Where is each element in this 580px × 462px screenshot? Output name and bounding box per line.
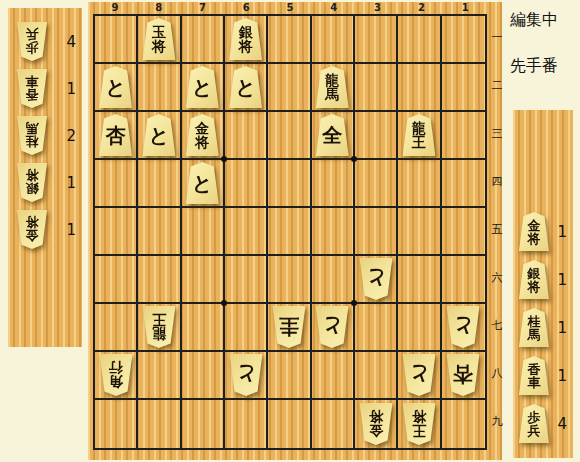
- piece-kanji: 杏: [106, 124, 126, 146]
- square-7一[interactable]: [182, 16, 225, 64]
- gote-hand-tray: 歩兵4香車1桂馬2銀将1金将1: [8, 8, 82, 347]
- square-5八[interactable]: [268, 352, 311, 400]
- piece-gote-tokin[interactable]: と: [315, 306, 350, 348]
- square-6二[interactable]: と: [225, 64, 268, 112]
- piece-sente-hand-gold[interactable]: 金将: [518, 212, 550, 251]
- piece-sente-tokin[interactable]: と: [98, 66, 133, 108]
- piece-kanji: 将: [528, 280, 541, 293]
- sente-hand-count-knight: 1: [557, 319, 567, 337]
- piece-sente-hand-pawn[interactable]: 歩兵: [518, 404, 550, 443]
- piece-kanji: 行: [109, 361, 123, 375]
- piece-gote-tokin[interactable]: と: [401, 354, 436, 396]
- square-3七[interactable]: [355, 304, 398, 352]
- piece-sente-dragon[interactable]: 龍王: [401, 114, 436, 156]
- square-4九[interactable]: [312, 400, 355, 448]
- piece-kanji: と: [409, 364, 429, 386]
- square-8八[interactable]: [138, 352, 181, 400]
- gote-hand-count-knight: 2: [66, 127, 76, 145]
- piece-kanji: 金: [528, 219, 541, 232]
- gote-hand-count-gold: 1: [66, 221, 76, 239]
- square-8九[interactable]: [138, 400, 181, 448]
- piece-gote-bishop[interactable]: 角行: [98, 354, 133, 396]
- square-6九[interactable]: [225, 400, 268, 448]
- rank-label-7: 七: [490, 302, 504, 350]
- piece-kanji: 龍: [412, 121, 426, 135]
- file-label-5: 5: [268, 2, 312, 14]
- square-6四[interactable]: [225, 160, 268, 208]
- sente-hand-slot-4[interactable]: 銀将1: [513, 256, 573, 303]
- square-7四[interactable]: と: [182, 160, 225, 208]
- status-turn: 先手番: [510, 56, 558, 77]
- square-9八[interactable]: 角行: [95, 352, 138, 400]
- piece-kanji: 圭: [279, 316, 299, 338]
- piece-gote-hand-knight[interactable]: 桂馬: [16, 116, 48, 155]
- hoshi-dot: [221, 300, 227, 306]
- piece-kanji: 将: [369, 410, 383, 424]
- square-3九[interactable]: 金将: [355, 400, 398, 448]
- square-2九[interactable]: 王将: [398, 400, 441, 448]
- square-4四[interactable]: [312, 160, 355, 208]
- piece-gote-tokin[interactable]: と: [228, 354, 263, 396]
- sente-hand-slot-5[interactable]: 桂馬1: [513, 304, 573, 351]
- file-label-6: 6: [224, 2, 268, 14]
- square-5三[interactable]: [268, 112, 311, 160]
- gote-hand-count-silver: 1: [66, 174, 76, 192]
- piece-kanji: 王: [412, 424, 426, 438]
- square-7七[interactable]: [182, 304, 225, 352]
- square-5九[interactable]: [268, 400, 311, 448]
- piece-kanji: と: [322, 316, 342, 338]
- piece-kanji: 車: [528, 376, 541, 389]
- square-3八[interactable]: [355, 352, 398, 400]
- piece-sente-gold[interactable]: 金将: [185, 114, 220, 156]
- square-7三[interactable]: 金将: [182, 112, 225, 160]
- square-2六[interactable]: [398, 256, 441, 304]
- square-5七[interactable]: 圭: [268, 304, 311, 352]
- square-7六[interactable]: [182, 256, 225, 304]
- file-label-1: 1: [443, 2, 487, 14]
- piece-kanji: 歩: [26, 42, 39, 55]
- piece-kanji: 全: [322, 124, 342, 146]
- square-8四[interactable]: [138, 160, 181, 208]
- piece-kanji: 桂: [528, 315, 541, 328]
- piece-gote-king[interactable]: 王将: [401, 403, 436, 445]
- square-1八[interactable]: 杏: [442, 352, 485, 400]
- piece-sente-hand-knight[interactable]: 桂馬: [518, 308, 550, 347]
- square-3三[interactable]: [355, 112, 398, 160]
- square-8三[interactable]: と: [138, 112, 181, 160]
- square-1五[interactable]: [442, 208, 485, 256]
- rank-label-6: 六: [490, 254, 504, 302]
- rank-label-4: 四: [490, 158, 504, 206]
- square-6八[interactable]: と: [225, 352, 268, 400]
- piece-kanji: 杏: [453, 364, 473, 386]
- square-8一[interactable]: 玉将: [138, 16, 181, 64]
- piece-kanji: と: [105, 76, 125, 98]
- piece-kanji: 馬: [528, 328, 541, 341]
- square-9一[interactable]: [95, 16, 138, 64]
- piece-sente-horse[interactable]: 龍馬: [315, 66, 350, 108]
- square-8六[interactable]: [138, 256, 181, 304]
- piece-sente-tokin[interactable]: と: [185, 66, 220, 108]
- piece-sente-tokin[interactable]: と: [185, 162, 220, 204]
- piece-gote-tokin[interactable]: と: [358, 258, 393, 300]
- piece-kanji: 銀: [528, 267, 541, 280]
- piece-sente-hand-silver[interactable]: 銀将: [518, 260, 550, 299]
- piece-kanji: と: [192, 76, 212, 98]
- rank-label-2: 二: [490, 62, 504, 110]
- gote-hand-slot-1[interactable]: 歩兵4: [8, 18, 82, 65]
- square-9五[interactable]: [95, 208, 138, 256]
- sente-hand-slot-7[interactable]: 歩兵4: [513, 400, 573, 447]
- square-9三[interactable]: 杏: [95, 112, 138, 160]
- square-7五[interactable]: [182, 208, 225, 256]
- piece-kanji: と: [365, 268, 385, 290]
- piece-sente-king[interactable]: 玉将: [141, 18, 176, 60]
- square-6七[interactable]: [225, 304, 268, 352]
- square-4五[interactable]: [312, 208, 355, 256]
- file-label-2: 2: [399, 2, 443, 14]
- piece-kanji: 馬: [26, 123, 39, 136]
- sente-hand-slot-1[interactable]: [513, 112, 573, 159]
- sente-hand-count-pawn: 4: [557, 415, 567, 433]
- gote-hand-slot-2[interactable]: 香車1: [8, 65, 82, 112]
- piece-kanji: 将: [239, 39, 253, 53]
- piece-kanji: 車: [26, 76, 39, 89]
- hoshi-dot: [351, 300, 357, 306]
- piece-kanji: 将: [528, 232, 541, 245]
- rank-label-5: 五: [490, 206, 504, 254]
- piece-kanji: 兵: [26, 29, 39, 42]
- square-1一[interactable]: [442, 16, 485, 64]
- file-labels: 987654321: [93, 2, 487, 14]
- gote-hand-count-pawn: 4: [66, 33, 76, 51]
- square-3四[interactable]: [355, 160, 398, 208]
- square-6六[interactable]: [225, 256, 268, 304]
- piece-kanji: 馬: [325, 87, 339, 101]
- sente-hand-slot-6[interactable]: 香車1: [513, 352, 573, 399]
- piece-kanji: 角: [109, 375, 123, 389]
- piece-kanji: 金: [26, 230, 39, 243]
- piece-kanji: 銀: [26, 183, 39, 196]
- sente-hand-count-lance: 1: [557, 367, 567, 385]
- square-2五[interactable]: [398, 208, 441, 256]
- square-9七[interactable]: [95, 304, 138, 352]
- rank-label-8: 八: [490, 350, 504, 398]
- rank-label-1: 一: [490, 14, 504, 62]
- status-editing: 編集中: [510, 10, 558, 31]
- piece-kanji: 王: [152, 313, 166, 327]
- piece-gote-hand-gold[interactable]: 金将: [16, 210, 48, 249]
- piece-kanji: 龍: [152, 327, 166, 341]
- square-1九[interactable]: [442, 400, 485, 448]
- piece-gote-hand-pawn[interactable]: 歩兵: [16, 22, 48, 61]
- square-5二[interactable]: [268, 64, 311, 112]
- square-1四[interactable]: [442, 160, 485, 208]
- piece-kanji: 歩: [528, 411, 541, 424]
- piece-sente-promoted-lance[interactable]: 杏: [98, 114, 133, 156]
- square-4一[interactable]: [312, 16, 355, 64]
- square-6三[interactable]: [225, 112, 268, 160]
- square-2一[interactable]: [398, 16, 441, 64]
- gote-hand-slot-3[interactable]: 桂馬2: [8, 112, 82, 159]
- square-1三[interactable]: [442, 112, 485, 160]
- gote-hand-count-lance: 1: [66, 80, 76, 98]
- file-label-9: 9: [93, 2, 137, 14]
- square-1六[interactable]: [442, 256, 485, 304]
- sente-hand-tray: 金将1銀将1桂馬1香車1歩兵4: [513, 110, 573, 458]
- piece-kanji: と: [192, 172, 212, 194]
- hoshi-dot: [351, 156, 357, 162]
- square-8五[interactable]: [138, 208, 181, 256]
- piece-kanji: 玉: [152, 25, 166, 39]
- piece-gote-tokin[interactable]: と: [446, 306, 481, 348]
- square-9二[interactable]: と: [95, 64, 138, 112]
- gote-hand-slot-6[interactable]: [8, 253, 82, 300]
- square-7二[interactable]: と: [182, 64, 225, 112]
- piece-gote-gold[interactable]: 金将: [358, 403, 393, 445]
- piece-gote-promoted-knight[interactable]: 圭: [271, 306, 306, 348]
- file-label-4: 4: [312, 2, 356, 14]
- piece-kanji: 将: [26, 217, 39, 230]
- square-7九[interactable]: [182, 400, 225, 448]
- sente-panel: 編集中 先手番 金将1銀将1桂馬1香車1歩兵4: [506, 0, 580, 462]
- square-8二[interactable]: [138, 64, 181, 112]
- rank-labels: 一二三四五六七八九: [490, 14, 504, 450]
- square-9九[interactable]: [95, 400, 138, 448]
- square-2八[interactable]: と: [398, 352, 441, 400]
- piece-sente-hand-lance[interactable]: 香車: [518, 356, 550, 395]
- square-4六[interactable]: [312, 256, 355, 304]
- sente-hand-count-silver: 1: [557, 271, 567, 289]
- piece-kanji: 金: [195, 121, 209, 135]
- square-1七[interactable]: と: [442, 304, 485, 352]
- piece-kanji: 将: [26, 170, 39, 183]
- gote-hand-slot-5[interactable]: 金将1: [8, 206, 82, 253]
- file-label-7: 7: [181, 2, 225, 14]
- square-3五[interactable]: [355, 208, 398, 256]
- square-4三[interactable]: 全: [312, 112, 355, 160]
- square-2二[interactable]: [398, 64, 441, 112]
- rank-label-3: 三: [490, 110, 504, 158]
- square-4八[interactable]: [312, 352, 355, 400]
- piece-kanji: 兵: [528, 424, 541, 437]
- piece-kanji: 香: [26, 89, 39, 102]
- piece-kanji: 桂: [26, 136, 39, 149]
- piece-gote-hand-silver[interactable]: 銀将: [16, 163, 48, 202]
- board-panel: 987654321 玉将銀将ととと龍馬杏と金将全龍王とと龍王圭とと角行とと杏金将…: [88, 2, 502, 460]
- file-label-8: 8: [137, 2, 181, 14]
- square-6一[interactable]: 銀将: [225, 16, 268, 64]
- piece-kanji: と: [149, 124, 169, 146]
- piece-kanji: 香: [528, 363, 541, 376]
- piece-kanji: と: [235, 76, 255, 98]
- board-wrap: 玉将銀将ととと龍馬杏と金将全龍王とと龍王圭とと角行とと杏金将王将: [93, 14, 487, 450]
- square-9四[interactable]: [95, 160, 138, 208]
- square-2三[interactable]: 龍王: [398, 112, 441, 160]
- piece-kanji: 将: [412, 410, 426, 424]
- sente-hand-slot-3[interactable]: 金将1: [513, 208, 573, 255]
- square-4二[interactable]: 龍馬: [312, 64, 355, 112]
- piece-sente-promoted-silver[interactable]: 全: [315, 114, 350, 156]
- square-5五[interactable]: [268, 208, 311, 256]
- square-2四[interactable]: [398, 160, 441, 208]
- square-5四[interactable]: [268, 160, 311, 208]
- square-9六[interactable]: [95, 256, 138, 304]
- piece-kanji: 龍: [325, 73, 339, 87]
- square-7八[interactable]: [182, 352, 225, 400]
- square-6五[interactable]: [225, 208, 268, 256]
- piece-kanji: 銀: [239, 25, 253, 39]
- square-3一[interactable]: [355, 16, 398, 64]
- piece-sente-tokin[interactable]: と: [141, 114, 176, 156]
- piece-gote-promoted-lance[interactable]: 杏: [446, 354, 481, 396]
- shogi-board: 玉将銀将ととと龍馬杏と金将全龍王とと龍王圭とと角行とと杏金将王将: [93, 14, 487, 450]
- hoshi-dot: [221, 156, 227, 162]
- square-5一[interactable]: [268, 16, 311, 64]
- piece-kanji: 金: [369, 424, 383, 438]
- square-8七[interactable]: 龍王: [138, 304, 181, 352]
- square-3二[interactable]: [355, 64, 398, 112]
- square-3六[interactable]: と: [355, 256, 398, 304]
- piece-kanji: 王: [412, 135, 426, 149]
- rank-label-9: 九: [490, 398, 504, 446]
- square-1二[interactable]: [442, 64, 485, 112]
- piece-kanji: 将: [195, 135, 209, 149]
- square-5六[interactable]: [268, 256, 311, 304]
- gote-hand-slot-4[interactable]: 銀将1: [8, 159, 82, 206]
- sente-hand-slot-2[interactable]: [513, 160, 573, 207]
- piece-kanji: と: [453, 316, 473, 338]
- shogi-editor-app: 歩兵4香車1桂馬2銀将1金将1 987654321 玉将銀将ととと龍馬杏と金将全…: [0, 0, 580, 462]
- square-4七[interactable]: と: [312, 304, 355, 352]
- piece-kanji: 将: [152, 39, 166, 53]
- file-label-3: 3: [356, 2, 400, 14]
- square-2七[interactable]: [398, 304, 441, 352]
- piece-sente-tokin[interactable]: と: [228, 66, 263, 108]
- piece-gote-dragon[interactable]: 龍王: [141, 306, 176, 348]
- sente-hand-count-gold: 1: [557, 223, 567, 241]
- piece-sente-silver[interactable]: 銀将: [228, 18, 263, 60]
- piece-gote-hand-lance[interactable]: 香車: [16, 69, 48, 108]
- piece-kanji: と: [235, 364, 255, 386]
- gote-hand-slot-7[interactable]: [8, 300, 82, 347]
